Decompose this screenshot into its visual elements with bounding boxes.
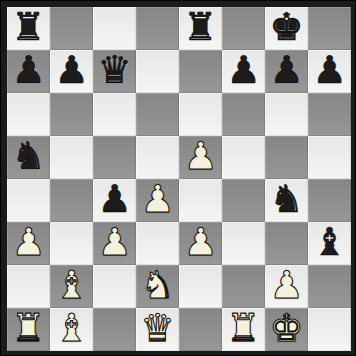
piece-white-pawn[interactable]: ♟ [183,222,217,264]
square-d6[interactable] [136,93,179,136]
square-f1[interactable]: ♜ [222,308,265,351]
square-d4[interactable]: ♟ [136,179,179,222]
square-b3[interactable] [50,222,93,265]
square-h3[interactable]: ♝ [308,222,351,265]
piece-white-pawn[interactable]: ♟ [269,265,303,307]
square-d8[interactable] [136,7,179,50]
square-g8[interactable]: ♚ [265,7,308,50]
square-a2[interactable] [7,265,50,308]
square-h4[interactable] [308,179,351,222]
piece-black-pawn[interactable]: ♟ [97,179,131,221]
square-b5[interactable] [50,136,93,179]
square-b8[interactable] [50,7,93,50]
square-f5[interactable] [222,136,265,179]
piece-white-pawn[interactable]: ♟ [11,222,45,264]
square-e4[interactable] [179,179,222,222]
square-c8[interactable] [93,7,136,50]
square-a6[interactable] [7,93,50,136]
square-a1[interactable]: ♜ [7,308,50,351]
piece-black-pawn[interactable]: ♟ [312,50,346,92]
piece-black-pawn[interactable]: ♟ [11,50,45,92]
chess-board-frame: ♜♜♚♟♟♛♟♟♟♞♟♟♟♞♟♟♟♝♝♞♟♜♝♛♜♚ [0,0,356,356]
square-h5[interactable] [308,136,351,179]
square-e3[interactable]: ♟ [179,222,222,265]
piece-white-rook[interactable]: ♜ [226,308,260,350]
square-h8[interactable] [308,7,351,50]
square-h2[interactable] [308,265,351,308]
square-d3[interactable] [136,222,179,265]
square-g3[interactable] [265,222,308,265]
square-e5[interactable]: ♟ [179,136,222,179]
square-d7[interactable] [136,50,179,93]
square-g7[interactable]: ♟ [265,50,308,93]
piece-white-king[interactable]: ♚ [269,308,303,350]
square-g4[interactable]: ♞ [265,179,308,222]
square-h6[interactable] [308,93,351,136]
piece-black-pawn[interactable]: ♟ [226,50,260,92]
piece-white-bishop[interactable]: ♝ [54,265,88,307]
square-g2[interactable]: ♟ [265,265,308,308]
square-f6[interactable] [222,93,265,136]
piece-black-knight[interactable]: ♞ [11,136,45,178]
piece-black-bishop[interactable]: ♝ [312,222,346,264]
square-e7[interactable] [179,50,222,93]
square-e2[interactable] [179,265,222,308]
square-a4[interactable] [7,179,50,222]
piece-white-queen[interactable]: ♛ [140,308,174,350]
square-h1[interactable] [308,308,351,351]
piece-black-knight[interactable]: ♞ [269,179,303,221]
piece-white-knight[interactable]: ♞ [140,265,174,307]
square-c6[interactable] [93,93,136,136]
square-b4[interactable] [50,179,93,222]
square-a7[interactable]: ♟ [7,50,50,93]
piece-black-rook[interactable]: ♜ [11,7,45,49]
piece-black-pawn[interactable]: ♟ [54,50,88,92]
square-b1[interactable]: ♝ [50,308,93,351]
square-a5[interactable]: ♞ [7,136,50,179]
piece-white-rook[interactable]: ♜ [11,308,45,350]
chess-board: ♜♜♚♟♟♛♟♟♟♞♟♟♟♞♟♟♟♝♝♞♟♜♝♛♜♚ [7,7,351,351]
square-a3[interactable]: ♟ [7,222,50,265]
square-f8[interactable] [222,7,265,50]
square-g5[interactable] [265,136,308,179]
piece-white-pawn[interactable]: ♟ [183,136,217,178]
square-c1[interactable] [93,308,136,351]
piece-white-bishop[interactable]: ♝ [54,308,88,350]
square-c3[interactable]: ♟ [93,222,136,265]
square-e1[interactable] [179,308,222,351]
piece-white-pawn[interactable]: ♟ [140,179,174,221]
square-h7[interactable]: ♟ [308,50,351,93]
square-c2[interactable] [93,265,136,308]
piece-white-pawn[interactable]: ♟ [97,222,131,264]
piece-black-queen[interactable]: ♛ [97,50,131,92]
square-b7[interactable]: ♟ [50,50,93,93]
square-b2[interactable]: ♝ [50,265,93,308]
square-c5[interactable] [93,136,136,179]
piece-black-king[interactable]: ♚ [269,7,303,49]
square-c7[interactable]: ♛ [93,50,136,93]
square-d5[interactable] [136,136,179,179]
square-b6[interactable] [50,93,93,136]
square-f3[interactable] [222,222,265,265]
square-f7[interactable]: ♟ [222,50,265,93]
square-g1[interactable]: ♚ [265,308,308,351]
square-f2[interactable] [222,265,265,308]
piece-black-pawn[interactable]: ♟ [269,50,303,92]
square-c4[interactable]: ♟ [93,179,136,222]
square-d2[interactable]: ♞ [136,265,179,308]
square-g6[interactable] [265,93,308,136]
square-f4[interactable] [222,179,265,222]
square-e6[interactable] [179,93,222,136]
square-a8[interactable]: ♜ [7,7,50,50]
square-e8[interactable]: ♜ [179,7,222,50]
square-d1[interactable]: ♛ [136,308,179,351]
piece-black-rook[interactable]: ♜ [183,7,217,49]
